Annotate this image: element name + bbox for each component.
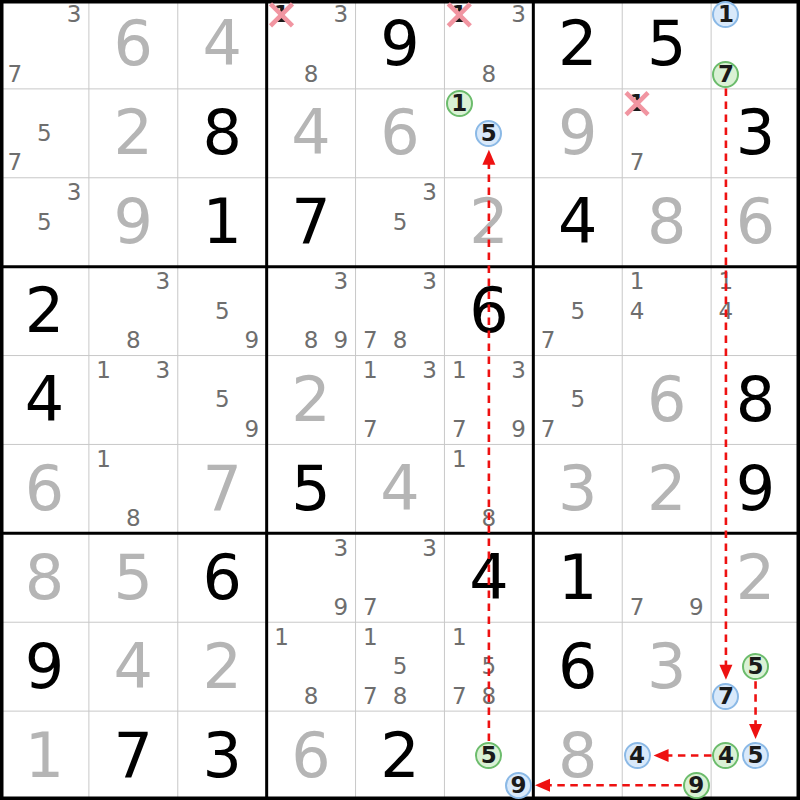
candidate-grid: 57 bbox=[533, 267, 622, 356]
candidate-slot bbox=[770, 59, 800, 89]
candidate-slot bbox=[415, 326, 445, 356]
candidate-slot: 3 bbox=[148, 267, 178, 297]
candidate-r5c6-d9: 9 bbox=[511, 418, 526, 441]
cell-r7c1[interactable]: 8 bbox=[0, 533, 89, 622]
cell-r2c1[interactable]: 57 bbox=[0, 89, 89, 178]
candidate-slot bbox=[89, 504, 119, 534]
cell-r8c4[interactable]: 18 bbox=[267, 622, 356, 711]
candidate-slot: 8 bbox=[385, 681, 415, 711]
candidate-slot: 1 bbox=[444, 622, 474, 652]
big-digit: 9 bbox=[114, 191, 153, 253]
cell-r6c4[interactable]: 5 bbox=[267, 444, 356, 533]
cell-r4c8[interactable]: 14 bbox=[622, 267, 711, 356]
cell-r3c6[interactable]: 2 bbox=[444, 178, 533, 267]
cell-r5c2[interactable]: 13 bbox=[89, 356, 178, 445]
candidate-slot: 7 bbox=[356, 681, 386, 711]
cell-r5c4[interactable]: 2 bbox=[267, 356, 356, 445]
candidate-r7c8-d9: 9 bbox=[689, 596, 704, 619]
cell-r8c7[interactable]: 6 bbox=[533, 622, 622, 711]
candidate-slot: 5 bbox=[741, 741, 771, 771]
candidate-r1c1-d3: 3 bbox=[67, 3, 82, 26]
candidate-slot bbox=[652, 593, 682, 623]
candidate-slot bbox=[681, 119, 711, 149]
candidate-slot bbox=[119, 356, 149, 386]
big-digit: 5 bbox=[114, 547, 153, 609]
chain-circle-green-r8c9-d5: 5 bbox=[742, 653, 769, 680]
candidate-grid: 45 bbox=[711, 711, 800, 800]
big-digit: 6 bbox=[736, 191, 775, 253]
candidate-grid: 15 bbox=[444, 89, 533, 178]
big-digit: 6 bbox=[114, 13, 153, 75]
candidate-slot bbox=[444, 474, 474, 504]
big-digit: 4 bbox=[25, 369, 64, 431]
candidate-slot: 4 bbox=[711, 296, 741, 326]
candidate-slot bbox=[504, 385, 534, 415]
chain-circle-green-r9c6-d5: 5 bbox=[475, 742, 502, 769]
candidate-slot: 1 bbox=[444, 89, 474, 119]
cell-r5c6[interactable]: 1379 bbox=[444, 356, 533, 445]
candidate-slot: 8 bbox=[385, 326, 415, 356]
candidate-slot bbox=[385, 237, 415, 267]
candidate-slot: 8 bbox=[296, 681, 326, 711]
candidate-slot bbox=[148, 504, 178, 534]
candidate-slot: 8 bbox=[119, 504, 149, 534]
big-digit: 8 bbox=[736, 369, 775, 431]
cell-r9c7[interactable]: 8 bbox=[533, 711, 622, 800]
cell-r9c5[interactable]: 2 bbox=[356, 711, 445, 800]
big-digit: 8 bbox=[558, 725, 597, 787]
candidate-r5c3-d5: 5 bbox=[215, 388, 230, 411]
cell-r2c5[interactable]: 6 bbox=[356, 89, 445, 178]
candidate-slot bbox=[444, 770, 474, 800]
candidate-r5c5-d7: 7 bbox=[363, 418, 378, 441]
cell-r5c3[interactable]: 59 bbox=[178, 356, 267, 445]
cell-r6c7[interactable]: 3 bbox=[533, 444, 622, 533]
cell-r7c5[interactable]: 37 bbox=[356, 533, 445, 622]
big-digit: 2 bbox=[558, 13, 597, 75]
candidate-slot: 7 bbox=[0, 59, 30, 89]
cell-r8c9[interactable]: 57 bbox=[711, 622, 800, 711]
candidate-slot bbox=[622, 326, 652, 356]
cell-r1c6[interactable]: 138 bbox=[444, 0, 533, 89]
cell-r7c2[interactable]: 5 bbox=[89, 533, 178, 622]
cell-r3c8[interactable]: 8 bbox=[622, 178, 711, 267]
candidate-slot: 9 bbox=[237, 415, 267, 445]
candidate-slot bbox=[415, 681, 445, 711]
candidate-r8c6-d1: 1 bbox=[452, 626, 467, 649]
candidate-r6c6-d8: 8 bbox=[482, 507, 497, 530]
candidate-slot bbox=[178, 296, 208, 326]
cell-r7c8[interactable]: 79 bbox=[622, 533, 711, 622]
cell-r6c6[interactable]: 18 bbox=[444, 444, 533, 533]
candidate-grid: 18 bbox=[267, 622, 356, 711]
candidate-slot bbox=[119, 415, 149, 445]
cell-r3c9[interactable]: 6 bbox=[711, 178, 800, 267]
candidate-slot bbox=[444, 59, 474, 89]
candidate-slot: 5 bbox=[385, 652, 415, 682]
candidate-slot bbox=[415, 296, 445, 326]
cell-r7c6[interactable]: 4 bbox=[444, 533, 533, 622]
cell-r8c1[interactable]: 9 bbox=[0, 622, 89, 711]
cell-r3c4[interactable]: 7 bbox=[267, 178, 356, 267]
candidate-slot bbox=[178, 356, 208, 386]
cell-r7c9[interactable]: 2 bbox=[711, 533, 800, 622]
cell-r6c8[interactable]: 2 bbox=[622, 444, 711, 533]
candidate-slot bbox=[89, 415, 119, 445]
candidate-slot bbox=[711, 30, 741, 60]
candidate-slot bbox=[474, 444, 504, 474]
candidate-slot bbox=[326, 30, 356, 60]
candidate-slot: 3 bbox=[326, 533, 356, 563]
candidate-slot: 4 bbox=[711, 741, 741, 771]
candidate-slot bbox=[444, 504, 474, 534]
cell-r4c6[interactable]: 6 bbox=[444, 267, 533, 356]
candidate-slot bbox=[356, 652, 386, 682]
candidate-slot bbox=[148, 296, 178, 326]
big-digit: 2 bbox=[736, 547, 775, 609]
cell-r2c4[interactable]: 4 bbox=[267, 89, 356, 178]
candidate-slot bbox=[770, 711, 800, 741]
candidate-slot: 1 bbox=[711, 0, 741, 30]
candidate-r4c4-d3: 3 bbox=[333, 270, 348, 293]
candidate-r8c9-d7: 7 bbox=[718, 685, 734, 708]
cell-r3c3[interactable]: 1 bbox=[178, 178, 267, 267]
cell-r6c9[interactable]: 9 bbox=[711, 444, 800, 533]
candidate-slot bbox=[474, 30, 504, 60]
candidate-slot bbox=[59, 148, 89, 178]
cell-r1c2[interactable]: 6 bbox=[89, 0, 178, 89]
candidate-slot: 3 bbox=[504, 0, 534, 30]
cell-r4c3[interactable]: 59 bbox=[178, 267, 267, 356]
big-digit: 7 bbox=[114, 725, 153, 787]
cell-r5c9[interactable]: 8 bbox=[711, 356, 800, 445]
candidate-slot bbox=[30, 178, 60, 208]
candidate-slot bbox=[681, 326, 711, 356]
cell-r7c3[interactable]: 6 bbox=[178, 533, 267, 622]
cell-r9c9[interactable]: 45 bbox=[711, 711, 800, 800]
candidate-r2c8-d7: 7 bbox=[630, 151, 645, 174]
candidate-r4c5-d7: 7 bbox=[363, 329, 378, 352]
candidate-slot bbox=[237, 356, 267, 386]
candidate-r4c3-d9: 9 bbox=[245, 329, 260, 352]
candidate-slot bbox=[415, 593, 445, 623]
cell-r6c1[interactable]: 6 bbox=[0, 444, 89, 533]
candidate-r5c6-d3: 3 bbox=[511, 359, 526, 382]
candidate-r1c6-d1: 1 bbox=[451, 3, 467, 26]
candidate-slot bbox=[59, 237, 89, 267]
candidate-slot: 8 bbox=[119, 326, 149, 356]
candidate-grid: 18 bbox=[89, 444, 178, 533]
candidate-slot bbox=[385, 385, 415, 415]
chain-circle-blue-r9c9-d5: 5 bbox=[742, 742, 769, 769]
candidate-slot bbox=[681, 563, 711, 593]
candidate-slot bbox=[415, 207, 445, 237]
cell-r2c7[interactable]: 9 bbox=[533, 89, 622, 178]
cell-r2c9[interactable]: 3 bbox=[711, 89, 800, 178]
candidate-slot bbox=[533, 385, 563, 415]
candidate-slot bbox=[30, 0, 60, 30]
candidate-slot bbox=[385, 593, 415, 623]
candidate-slot bbox=[326, 563, 356, 593]
cell-r7c7[interactable]: 1 bbox=[533, 533, 622, 622]
candidate-slot bbox=[474, 89, 504, 119]
candidate-r4c4-d8: 8 bbox=[304, 329, 319, 352]
candidate-r5c3-d9: 9 bbox=[245, 418, 260, 441]
candidate-slot bbox=[563, 415, 593, 445]
candidate-slot bbox=[770, 296, 800, 326]
candidate-r7c8-d7: 7 bbox=[630, 596, 645, 619]
candidate-slot bbox=[652, 148, 682, 178]
big-digit: 9 bbox=[25, 636, 64, 698]
cell-r9c3[interactable]: 3 bbox=[178, 711, 267, 800]
candidate-r8c6-d7: 7 bbox=[452, 685, 467, 708]
candidate-slot: 1 bbox=[444, 0, 474, 30]
candidate-slot bbox=[474, 711, 504, 741]
candidate-slot: 1 bbox=[622, 89, 652, 119]
cell-r1c7[interactable]: 2 bbox=[533, 0, 622, 89]
cell-r7c4[interactable]: 39 bbox=[267, 533, 356, 622]
candidate-slot bbox=[504, 148, 534, 178]
candidate-slot bbox=[296, 267, 326, 297]
cell-r9c8[interactable]: 49 bbox=[622, 711, 711, 800]
cell-r6c3[interactable]: 7 bbox=[178, 444, 267, 533]
cell-r5c8[interactable]: 6 bbox=[622, 356, 711, 445]
candidate-r1c4-d1: 1 bbox=[273, 3, 289, 26]
candidate-slot bbox=[711, 326, 741, 356]
cell-r1c5[interactable]: 9 bbox=[356, 0, 445, 89]
big-digit: 3 bbox=[558, 458, 597, 520]
candidate-r3c1-d3: 3 bbox=[67, 181, 82, 204]
candidate-slot: 5 bbox=[207, 296, 237, 326]
candidate-slot bbox=[0, 89, 30, 119]
candidate-r2c6-d5: 5 bbox=[481, 122, 497, 145]
candidate-slot bbox=[681, 533, 711, 563]
candidate-slot bbox=[89, 296, 119, 326]
candidate-slot bbox=[0, 237, 30, 267]
candidate-slot bbox=[267, 593, 297, 623]
cell-r3c1[interactable]: 35 bbox=[0, 178, 89, 267]
chain-circle-green-r9c9-d4: 4 bbox=[712, 742, 739, 769]
candidate-slot bbox=[148, 415, 178, 445]
candidate-slot bbox=[296, 296, 326, 326]
candidate-slot bbox=[119, 296, 149, 326]
big-digit: 3 bbox=[736, 102, 775, 164]
candidate-slot: 7 bbox=[356, 326, 386, 356]
cell-r8c6[interactable]: 1578 bbox=[444, 622, 533, 711]
candidate-slot bbox=[119, 267, 149, 297]
candidate-slot: 4 bbox=[622, 741, 652, 771]
cell-r4c5[interactable]: 378 bbox=[356, 267, 445, 356]
candidate-slot bbox=[711, 652, 741, 682]
big-digit: 4 bbox=[380, 458, 419, 520]
candidate-slot bbox=[593, 296, 623, 326]
candidate-r8c5-d8: 8 bbox=[393, 685, 408, 708]
candidate-r4c5-d8: 8 bbox=[393, 329, 408, 352]
candidate-r5c6-d7: 7 bbox=[452, 418, 467, 441]
candidate-r1c4-d3: 3 bbox=[333, 3, 348, 26]
candidate-slot: 7 bbox=[533, 326, 563, 356]
candidate-r8c6-d5: 5 bbox=[482, 655, 497, 678]
candidate-slot bbox=[504, 119, 534, 149]
candidate-slot bbox=[0, 178, 30, 208]
candidate-slot bbox=[326, 681, 356, 711]
candidate-grid: 38 bbox=[89, 267, 178, 356]
candidate-slot: 3 bbox=[415, 267, 445, 297]
cell-r1c9[interactable]: 17 bbox=[711, 0, 800, 89]
candidate-slot bbox=[0, 30, 30, 60]
big-digit: 2 bbox=[647, 458, 686, 520]
cell-r8c5[interactable]: 1578 bbox=[356, 622, 445, 711]
candidate-slot bbox=[504, 741, 534, 771]
big-digit: 6 bbox=[558, 636, 597, 698]
cell-r2c3[interactable]: 8 bbox=[178, 89, 267, 178]
candidate-slot bbox=[267, 533, 297, 563]
candidate-slot: 7 bbox=[444, 681, 474, 711]
candidate-r9c9-d4: 4 bbox=[718, 744, 734, 767]
candidate-slot bbox=[237, 385, 267, 415]
candidate-slot bbox=[89, 385, 119, 415]
cell-r2c6[interactable]: 15 bbox=[444, 89, 533, 178]
cell-r8c3[interactable]: 2 bbox=[178, 622, 267, 711]
cell-r5c7[interactable]: 57 bbox=[533, 356, 622, 445]
candidate-slot bbox=[385, 622, 415, 652]
candidate-slot bbox=[148, 444, 178, 474]
candidate-slot: 1 bbox=[711, 267, 741, 297]
candidate-slot bbox=[30, 237, 60, 267]
candidate-slot bbox=[356, 533, 386, 563]
candidate-r6c2-d8: 8 bbox=[126, 507, 141, 530]
candidate-slot bbox=[89, 326, 119, 356]
candidate-r5c7-d7: 7 bbox=[541, 418, 556, 441]
candidate-r4c3-d5: 5 bbox=[215, 300, 230, 323]
candidate-slot bbox=[385, 267, 415, 297]
cell-r4c7[interactable]: 57 bbox=[533, 267, 622, 356]
candidate-slot bbox=[622, 711, 652, 741]
candidate-slot: 7 bbox=[622, 593, 652, 623]
candidate-r7c5-d3: 3 bbox=[422, 537, 437, 560]
candidate-slot: 5 bbox=[385, 207, 415, 237]
candidate-slot bbox=[504, 30, 534, 60]
cell-r3c7[interactable]: 4 bbox=[533, 178, 622, 267]
candidate-slot bbox=[593, 267, 623, 297]
candidate-slot bbox=[533, 296, 563, 326]
candidate-slot bbox=[267, 563, 297, 593]
big-digit: 9 bbox=[736, 458, 775, 520]
cell-r9c2[interactable]: 7 bbox=[89, 711, 178, 800]
candidate-slot bbox=[385, 533, 415, 563]
candidate-slot bbox=[30, 59, 60, 89]
candidate-r5c5-d1: 1 bbox=[363, 359, 378, 382]
candidate-r2c1-d7: 7 bbox=[7, 151, 22, 174]
candidate-slot bbox=[474, 622, 504, 652]
cell-r1c3[interactable]: 4 bbox=[178, 0, 267, 89]
cell-r1c4[interactable]: 138 bbox=[267, 0, 356, 89]
cell-r1c1[interactable]: 37 bbox=[0, 0, 89, 89]
candidate-grid: 57 bbox=[0, 89, 89, 178]
big-digit: 7 bbox=[291, 191, 330, 253]
cell-r4c2[interactable]: 38 bbox=[89, 267, 178, 356]
candidate-slot: 1 bbox=[267, 0, 297, 30]
candidate-slot bbox=[385, 356, 415, 386]
candidate-grid: 17 bbox=[711, 0, 800, 89]
candidate-slot bbox=[178, 267, 208, 297]
candidate-slot bbox=[326, 652, 356, 682]
chain-circle-blue-r8c9-d7: 7 bbox=[712, 683, 739, 710]
big-digit: 6 bbox=[291, 725, 330, 787]
cell-r4c1[interactable]: 2 bbox=[0, 267, 89, 356]
candidate-grid: 17 bbox=[622, 89, 711, 178]
cell-r5c5[interactable]: 137 bbox=[356, 356, 445, 445]
candidate-slot bbox=[59, 119, 89, 149]
cell-r8c2[interactable]: 4 bbox=[89, 622, 178, 711]
candidate-slot: 5 bbox=[563, 296, 593, 326]
candidate-slot bbox=[148, 474, 178, 504]
candidate-r3c5-d3: 3 bbox=[422, 181, 437, 204]
cell-r9c1[interactable]: 1 bbox=[0, 711, 89, 800]
candidate-r6c2-d1: 1 bbox=[96, 448, 111, 471]
candidate-slot bbox=[741, 296, 771, 326]
cell-r8c8[interactable]: 3 bbox=[622, 622, 711, 711]
candidate-slot bbox=[474, 415, 504, 445]
candidate-slot bbox=[652, 89, 682, 119]
candidate-slot bbox=[504, 504, 534, 534]
candidate-slot bbox=[207, 267, 237, 297]
cell-r2c2[interactable]: 2 bbox=[89, 89, 178, 178]
candidate-slot bbox=[267, 652, 297, 682]
candidate-slot bbox=[563, 356, 593, 386]
candidate-slot bbox=[356, 267, 386, 297]
candidate-grid: 37 bbox=[0, 0, 89, 89]
candidate-slot bbox=[741, 681, 771, 711]
candidate-r4c5-d3: 3 bbox=[422, 270, 437, 293]
candidate-slot bbox=[444, 741, 474, 771]
cell-r3c5[interactable]: 35 bbox=[356, 178, 445, 267]
candidate-slot bbox=[622, 770, 652, 800]
cell-r4c9[interactable]: 14 bbox=[711, 267, 800, 356]
candidate-r9c8-d4: 4 bbox=[629, 744, 645, 767]
cell-r6c2[interactable]: 18 bbox=[89, 444, 178, 533]
candidate-slot bbox=[444, 119, 474, 149]
candidate-slot bbox=[148, 385, 178, 415]
candidate-slot bbox=[770, 622, 800, 652]
candidate-slot bbox=[741, 267, 771, 297]
candidate-slot: 1 bbox=[89, 444, 119, 474]
cell-r6c5[interactable]: 4 bbox=[356, 444, 445, 533]
cell-r4c4[interactable]: 389 bbox=[267, 267, 356, 356]
candidate-slot bbox=[326, 296, 356, 326]
candidate-slot: 7 bbox=[356, 593, 386, 623]
candidate-r8c5-d1: 1 bbox=[363, 626, 378, 649]
chain-circle-blue-r9c8-d4: 4 bbox=[624, 742, 651, 769]
candidate-slot: 9 bbox=[504, 415, 534, 445]
candidate-slot bbox=[415, 237, 445, 267]
candidate-slot: 9 bbox=[237, 326, 267, 356]
cell-r1c8[interactable]: 5 bbox=[622, 0, 711, 89]
candidate-r8c5-d7: 7 bbox=[363, 685, 378, 708]
candidate-grid: 1578 bbox=[356, 622, 445, 711]
cell-r9c6[interactable]: 59 bbox=[444, 711, 533, 800]
chain-circle-green-r1c9-d7: 7 bbox=[712, 61, 739, 88]
candidate-slot: 1 bbox=[267, 622, 297, 652]
cell-r3c2[interactable]: 9 bbox=[89, 178, 178, 267]
cell-r9c4[interactable]: 6 bbox=[267, 711, 356, 800]
candidate-slot bbox=[770, 770, 800, 800]
cell-r5c1[interactable]: 4 bbox=[0, 356, 89, 445]
chain-circle-blue-r2c6-d5: 5 bbox=[475, 120, 502, 147]
candidate-slot: 3 bbox=[415, 356, 445, 386]
cell-r2c8[interactable]: 17 bbox=[622, 89, 711, 178]
candidate-r4c7-d5: 5 bbox=[570, 300, 585, 323]
